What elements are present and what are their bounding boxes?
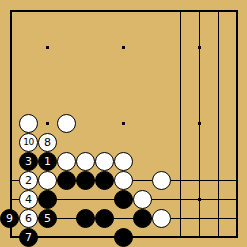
stone-black-move-1: 1	[38, 152, 57, 171]
stone-white	[114, 152, 133, 171]
stone-black	[76, 171, 95, 190]
stone-black-move-7: 7	[19, 228, 38, 247]
stone-black	[114, 228, 133, 247]
stone-black-move-3: 3	[19, 152, 38, 171]
star-point	[198, 198, 201, 201]
stone-black	[76, 209, 95, 228]
stone-black-move-9: 9	[0, 209, 19, 228]
stone-black	[133, 209, 152, 228]
go-board: 10831249657	[0, 0, 247, 247]
stone-black	[95, 209, 114, 228]
stone-white-move-2: 2	[19, 171, 38, 190]
stone-white	[57, 152, 76, 171]
star-point	[122, 46, 125, 49]
stone-white	[152, 171, 171, 190]
stone-white	[19, 114, 38, 133]
stone-white	[133, 190, 152, 209]
star-point	[198, 122, 201, 125]
stone-white	[114, 171, 133, 190]
star-point	[46, 122, 49, 125]
stone-black	[38, 190, 57, 209]
stone-black	[114, 190, 133, 209]
stone-white-move-10: 10	[19, 133, 38, 152]
stone-white	[76, 152, 95, 171]
star-point	[198, 46, 201, 49]
stone-black	[57, 171, 76, 190]
stone-white	[38, 171, 57, 190]
stone-black-move-5: 5	[38, 209, 57, 228]
stone-white	[57, 114, 76, 133]
stone-white	[95, 152, 114, 171]
stone-white-move-8: 8	[38, 133, 57, 152]
stone-white-move-6: 6	[19, 209, 38, 228]
stone-black	[95, 171, 114, 190]
star-point	[46, 46, 49, 49]
star-point	[122, 122, 125, 125]
stone-white-move-4: 4	[19, 190, 38, 209]
stone-white	[152, 209, 171, 228]
